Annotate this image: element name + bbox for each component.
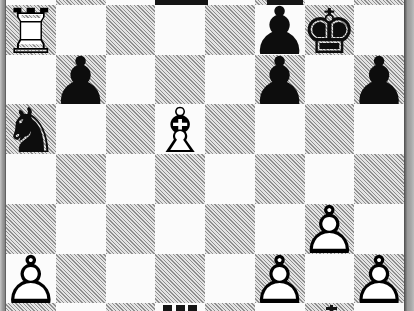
square-e4 (205, 154, 255, 204)
black-pawn-b6: ♟ (56, 57, 106, 107)
square-h6: ♟ (354, 55, 404, 105)
square-g7: ♚ (305, 5, 355, 55)
square-a4 (6, 154, 56, 204)
white-rook-a7: ♖ (6, 7, 56, 57)
cropped-white-rook-top-d1 (163, 305, 197, 311)
black-knight-a5: ♞ (6, 106, 56, 156)
square-d5: ♗ (155, 104, 205, 154)
square-c2 (106, 254, 156, 304)
white-pawn-g3: ♙ (305, 206, 355, 256)
square-b6: ♟ (56, 55, 106, 105)
white-pawn-a2: ♙ (6, 256, 56, 306)
square-d4 (155, 154, 205, 204)
square-e2 (205, 254, 255, 304)
square-f4 (255, 154, 305, 204)
cropped-white-king-cross-g1 (325, 305, 338, 311)
chess-diagram: ♖♟♚♟♟♟♞♗♙♙♙♙ (0, 0, 414, 311)
square-b5 (56, 104, 106, 154)
white-bishop-d5: ♗ (155, 106, 205, 156)
cropped-black-piece-base-d8 (155, 0, 208, 5)
square-f6: ♟ (255, 55, 305, 105)
square-f5 (255, 104, 305, 154)
black-pawn-h6: ♟ (354, 57, 404, 107)
black-king-g7: ♚ (305, 7, 355, 57)
square-a2: ♙ (6, 254, 56, 304)
square-h5 (354, 104, 404, 154)
square-b4 (56, 154, 106, 204)
square-c4 (106, 154, 156, 204)
white-pawn-f2: ♙ (255, 256, 305, 306)
square-c5 (106, 104, 156, 154)
square-h1 (354, 303, 404, 311)
square-e1 (205, 303, 255, 311)
square-d7 (155, 5, 205, 55)
square-e7 (205, 5, 255, 55)
square-f1 (255, 303, 305, 311)
square-a1 (6, 303, 56, 311)
white-pawn-h2: ♙ (354, 256, 404, 306)
square-g3: ♙ (305, 204, 355, 254)
square-f2: ♙ (255, 254, 305, 304)
square-a7: ♖ (6, 5, 56, 55)
square-g5 (305, 104, 355, 154)
square-a5: ♞ (6, 104, 56, 154)
square-e6 (205, 55, 255, 105)
square-h2: ♙ (354, 254, 404, 304)
chess-board: ♖♟♚♟♟♟♞♗♙♙♙♙ (6, 0, 404, 311)
board-right-border (404, 0, 414, 311)
square-c6 (106, 55, 156, 105)
square-g2 (305, 254, 355, 304)
square-b2 (56, 254, 106, 304)
square-d3 (155, 204, 205, 254)
square-c3 (106, 204, 156, 254)
square-b3 (56, 204, 106, 254)
square-e5 (205, 104, 255, 154)
square-g6 (305, 55, 355, 105)
black-pawn-f6: ♟ (255, 57, 305, 107)
square-c7 (106, 5, 156, 55)
square-e3 (205, 204, 255, 254)
board-viewport: ♖♟♚♟♟♟♞♗♙♙♙♙ (6, 0, 404, 311)
square-h4 (354, 154, 404, 204)
square-d2 (155, 254, 205, 304)
cropped-black-piece-base-f8 (267, 0, 303, 5)
square-b1 (56, 303, 106, 311)
square-c1 (106, 303, 156, 311)
